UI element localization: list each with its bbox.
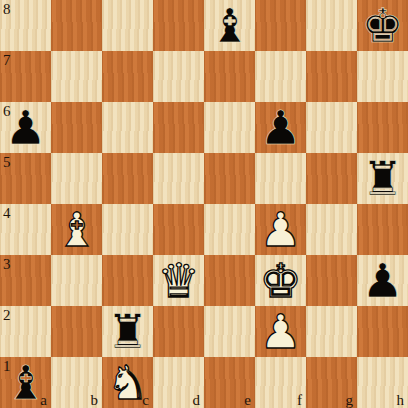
square-g8 [306,0,357,51]
square-f2: ♟ [255,306,306,357]
rank-label-2: 2 [3,308,11,323]
black-pawn-h3: ♟ [361,255,403,306]
file-label-h: h [397,393,405,408]
square-h8: ♚ [357,0,408,51]
square-d6 [153,102,204,153]
white-bishop-b4: ♝ [55,204,97,255]
square-b8 [51,0,102,51]
white-knight-c1: ♞ [106,357,148,408]
file-label-g: g [346,393,354,408]
square-f8 [255,0,306,51]
square-g2 [306,306,357,357]
square-f6: ♟ [255,102,306,153]
square-d5 [153,153,204,204]
square-b2 [51,306,102,357]
square-g5 [306,153,357,204]
white-pawn-f2: ♟ [259,306,301,357]
square-d4 [153,204,204,255]
square-f4: ♟ [255,204,306,255]
square-e1: e [204,357,255,408]
square-e3 [204,255,255,306]
black-rook-h5: ♜ [361,153,403,204]
square-d7 [153,51,204,102]
square-a6: 6♟ [0,102,51,153]
square-e6 [204,102,255,153]
square-h5: ♜ [357,153,408,204]
square-a8: 8 [0,0,51,51]
black-pawn-a6: ♟ [4,102,46,153]
square-h4 [357,204,408,255]
black-rook-c2: ♜ [106,306,148,357]
black-bishop-a1: ♝ [4,357,46,408]
file-label-e: e [244,393,251,408]
square-e8: ♝ [204,0,255,51]
square-a4: 4 [0,204,51,255]
square-g1: g [306,357,357,408]
square-a3: 3 [0,255,51,306]
file-label-f: f [297,393,302,408]
square-f5 [255,153,306,204]
square-e5 [204,153,255,204]
rank-label-4: 4 [3,206,11,221]
square-c7 [102,51,153,102]
square-b3 [51,255,102,306]
square-a5: 5 [0,153,51,204]
square-b4: ♝ [51,204,102,255]
square-h7 [357,51,408,102]
square-a7: 7 [0,51,51,102]
white-king-f3: ♚ [259,255,301,306]
chess-board: 8♝♚76♟♟5♜4♝♟3♛♚♟2♜♟1a♝bc♞defgh [0,0,408,408]
square-c1: c♞ [102,357,153,408]
square-c3 [102,255,153,306]
square-f1: f [255,357,306,408]
square-g3 [306,255,357,306]
square-d1: d [153,357,204,408]
square-b7 [51,51,102,102]
square-b5 [51,153,102,204]
rank-label-5: 5 [3,155,11,170]
square-e7 [204,51,255,102]
square-a2: 2 [0,306,51,357]
square-d3: ♛ [153,255,204,306]
square-f3: ♚ [255,255,306,306]
black-king-h8: ♚ [361,0,403,51]
square-d8 [153,0,204,51]
square-h6 [357,102,408,153]
square-d2 [153,306,204,357]
square-f7 [255,51,306,102]
file-label-d: d [193,393,201,408]
square-c4 [102,204,153,255]
rank-label-3: 3 [3,257,11,272]
black-bishop-e8: ♝ [208,0,250,51]
square-c8 [102,0,153,51]
rank-label-8: 8 [3,2,11,17]
white-queen-d3: ♛ [157,255,199,306]
square-h1: h [357,357,408,408]
square-h2 [357,306,408,357]
square-c2: ♜ [102,306,153,357]
rank-label-7: 7 [3,53,11,68]
white-pawn-f4: ♟ [259,204,301,255]
square-g7 [306,51,357,102]
square-a1: 1a♝ [0,357,51,408]
square-g4 [306,204,357,255]
square-b1: b [51,357,102,408]
file-label-b: b [91,393,99,408]
square-h3: ♟ [357,255,408,306]
square-g6 [306,102,357,153]
square-e2 [204,306,255,357]
black-pawn-f6: ♟ [259,102,301,153]
square-b6 [51,102,102,153]
square-c6 [102,102,153,153]
square-c5 [102,153,153,204]
square-e4 [204,204,255,255]
